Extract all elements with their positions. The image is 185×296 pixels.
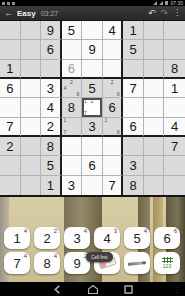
back-icon[interactable]: ← xyxy=(4,6,13,20)
cell-r5c1[interactable] xyxy=(0,98,21,117)
cell-r6c5[interactable]: 3 xyxy=(82,118,103,137)
cell-r9c8[interactable] xyxy=(144,176,165,195)
cell-r8c4[interactable] xyxy=(62,156,83,175)
cell-r2c7[interactable]: 5 xyxy=(123,40,144,59)
cell-r5c3[interactable]: 4 xyxy=(41,98,62,117)
pencil-marks: 249 xyxy=(62,79,82,97)
cell-r5c5[interactable]: 127 xyxy=(82,98,103,117)
redo-icon[interactable]: ↷ xyxy=(160,6,168,20)
nav-back-icon[interactable] xyxy=(53,285,62,294)
cell-r7c4[interactable] xyxy=(62,137,83,156)
cell-r8c8[interactable] xyxy=(144,156,165,175)
cell-r4c6[interactable]: 29 xyxy=(103,79,124,98)
cell-r7c3[interactable]: 8 xyxy=(41,137,62,156)
notes-keypad-button[interactable]: 123 xyxy=(154,252,180,274)
cell-r2c4[interactable] xyxy=(62,40,83,59)
cell-r6c8[interactable] xyxy=(144,118,165,137)
cell-r1c3[interactable]: 9 xyxy=(41,21,62,40)
notes-grid-icon: 123 xyxy=(162,257,173,269)
cell-r1c8[interactable] xyxy=(144,21,165,40)
cell-r7c1[interactable]: 2 xyxy=(0,137,21,156)
overflow-menu-icon[interactable]: ⋮ xyxy=(173,6,181,20)
nav-menu-dots-icon[interactable]: ⋮ xyxy=(174,286,181,293)
cell-r3c4[interactable]: 6 xyxy=(62,60,83,79)
cell-r9c6[interactable]: 7 xyxy=(103,176,124,195)
nav-recents-icon[interactable] xyxy=(124,285,133,294)
cell-r6c3[interactable]: 2 xyxy=(41,118,62,137)
cell-r3c7[interactable] xyxy=(123,60,144,79)
cell-r8c3[interactable]: 5 xyxy=(41,156,62,175)
cell-r2c5[interactable]: 9 xyxy=(82,40,103,59)
digit-button-4[interactable]: 43 xyxy=(94,227,120,249)
undo-icon[interactable]: ↶ xyxy=(148,6,156,20)
cell-r8c2[interactable] xyxy=(21,156,42,175)
cell-r7c5[interactable] xyxy=(82,137,103,156)
pencil-marks: 29 xyxy=(103,79,122,97)
cell-r9c5[interactable] xyxy=(82,176,103,195)
digit-button-2[interactable]: 22 xyxy=(34,227,60,249)
digit-count: 4 xyxy=(24,253,27,259)
notification-icon xyxy=(12,2,15,5)
cell-r5c9[interactable] xyxy=(164,98,185,117)
game-timer: 03:27 xyxy=(41,10,59,17)
cell-r3c6[interactable] xyxy=(103,60,124,79)
cell-r1c7[interactable]: 1 xyxy=(123,21,144,40)
cell-r2c8[interactable] xyxy=(144,40,165,59)
cell-r3c5[interactable] xyxy=(82,60,103,79)
notification-icon xyxy=(2,2,5,5)
signal-icon xyxy=(159,1,163,5)
cell-r8c7[interactable]: 3 xyxy=(123,156,144,175)
digit-count: 4 xyxy=(54,253,57,259)
cell-r5c2[interactable] xyxy=(21,98,42,117)
cell-r6c1[interactable]: 7 xyxy=(0,118,21,137)
cell-r8c6[interactable] xyxy=(103,156,124,175)
number-keypad: 142234435466748492123 Cell first xyxy=(0,197,185,282)
cell-r2c6[interactable] xyxy=(103,40,124,59)
cell-r6c6[interactable]: 19 xyxy=(103,118,124,137)
cell-r9c1[interactable] xyxy=(0,176,21,195)
cell-r6c2[interactable] xyxy=(21,118,42,137)
cell-r1c5[interactable] xyxy=(82,21,103,40)
difficulty-title: Easy xyxy=(17,9,36,18)
cell-r4c4[interactable]: 249 xyxy=(62,79,83,98)
cell-r1c1[interactable] xyxy=(0,21,21,40)
wifi-icon xyxy=(153,1,157,5)
cell-r3c9[interactable]: 8 xyxy=(164,60,185,79)
cell-r6c4[interactable]: 17 xyxy=(62,118,83,137)
cell-r7c7[interactable] xyxy=(123,137,144,156)
digit-count: 6 xyxy=(174,228,177,234)
cell-r5c4[interactable]: 8 xyxy=(62,98,83,117)
cell-r7c2[interactable] xyxy=(21,137,42,156)
mode-tooltip: Cell first xyxy=(86,252,113,262)
cell-r8c9[interactable] xyxy=(164,156,185,175)
digit-button-5[interactable]: 54 xyxy=(124,227,150,249)
pencil-button[interactable] xyxy=(124,252,150,274)
cell-r5c8[interactable] xyxy=(144,98,165,117)
cell-r7c9[interactable]: 7 xyxy=(164,137,185,156)
digit-button-1[interactable]: 14 xyxy=(4,227,30,249)
android-nav-bar: ⋮ xyxy=(0,282,185,296)
cell-r1c2[interactable] xyxy=(21,21,42,40)
cell-r9c9[interactable] xyxy=(164,176,185,195)
digit-button-7[interactable]: 74 xyxy=(4,252,30,274)
cell-r4c8[interactable] xyxy=(144,79,165,98)
cell-r6c7[interactable]: 6 xyxy=(123,118,144,137)
cell-r9c3[interactable]: 1 xyxy=(41,176,62,195)
digit-button-3[interactable]: 34 xyxy=(64,227,90,249)
battery-icon xyxy=(165,1,168,5)
cell-r6c9[interactable]: 4 xyxy=(164,118,185,137)
cell-r1c6[interactable]: 4 xyxy=(103,21,124,40)
digit-count: 4 xyxy=(84,228,87,234)
digit-count: 4 xyxy=(24,228,27,234)
sudoku-app-screen: 07:30 ← Easy 03:27 ↶ ↷ ⋮ 954169516863249… xyxy=(0,0,185,296)
cell-r8c5[interactable]: 6 xyxy=(82,156,103,175)
cell-r3c2[interactable] xyxy=(21,60,42,79)
cell-r5c6[interactable]: 6 xyxy=(103,98,124,117)
nav-home-icon[interactable] xyxy=(88,285,98,294)
cell-r4c5[interactable]: 5 xyxy=(82,79,103,98)
digit-count: 2 xyxy=(54,228,57,234)
digit-button-6[interactable]: 66 xyxy=(154,227,180,249)
pencil-icon xyxy=(128,261,146,266)
cell-r2c3[interactable]: 6 xyxy=(41,40,62,59)
cell-r7c8[interactable] xyxy=(144,137,165,156)
action-bar: ← Easy 03:27 ↶ ↷ ⋮ xyxy=(0,6,185,21)
cell-r4c3[interactable]: 3 xyxy=(41,79,62,98)
sudoku-board: 9541695168632495297148127672173196428756… xyxy=(0,21,185,197)
cell-r2c2[interactable] xyxy=(21,40,42,59)
cell-r9c2[interactable] xyxy=(21,176,42,195)
cell-r4c1[interactable]: 6 xyxy=(0,79,21,98)
cell-r4c2[interactable] xyxy=(21,79,42,98)
cell-r9c7[interactable]: 8 xyxy=(123,176,144,195)
pencil-marks: 19 xyxy=(103,118,122,135)
cell-r4c9[interactable]: 1 xyxy=(164,79,185,98)
cell-r3c1[interactable]: 1 xyxy=(0,60,21,79)
cell-r3c8[interactable] xyxy=(144,60,165,79)
pencil-marks: 127 xyxy=(82,98,102,116)
pencil-marks: 17 xyxy=(62,118,82,135)
cell-r1c4[interactable]: 5 xyxy=(62,21,83,40)
cell-r8c1[interactable] xyxy=(0,156,21,175)
cell-r5c7[interactable] xyxy=(123,98,144,117)
cell-r7c6[interactable] xyxy=(103,137,124,156)
digit-count: 4 xyxy=(144,228,147,234)
digit-button-8[interactable]: 84 xyxy=(34,252,60,274)
notification-icon xyxy=(7,2,10,5)
cell-r4c7[interactable]: 7 xyxy=(123,79,144,98)
cell-r3c3[interactable] xyxy=(41,60,62,79)
digit-count: 3 xyxy=(114,228,117,234)
cell-r1c9[interactable] xyxy=(164,21,185,40)
cell-r2c9[interactable] xyxy=(164,40,185,59)
cell-r2c1[interactable] xyxy=(0,40,21,59)
cell-r9c4[interactable]: 3 xyxy=(62,176,83,195)
